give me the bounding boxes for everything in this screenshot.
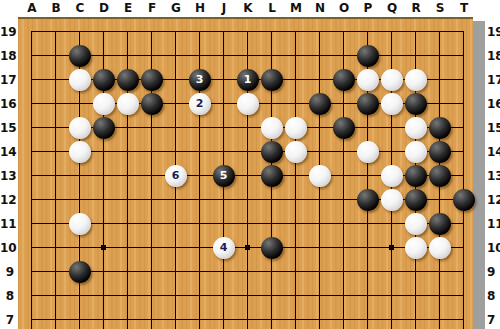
board-point-L16[interactable] [260,92,284,116]
board-point-O10[interactable] [332,236,356,260]
board-point-P12[interactable] [356,188,380,212]
board-point-P18[interactable] [356,44,380,68]
row-label-right-12: 12 [487,192,500,208]
board-point-P10[interactable] [356,236,380,260]
board-point-P9[interactable] [356,260,380,284]
board-point-D10[interactable] [92,236,116,260]
white-stone-C15 [69,117,91,139]
board-point-N10[interactable] [308,236,332,260]
board-point-B8[interactable] [44,284,68,308]
board-point-M7[interactable] [284,308,308,329]
board-point-E13[interactable] [116,164,140,188]
board-point-R16[interactable] [404,92,428,116]
board-point-D9[interactable] [92,260,116,284]
board-point-S7[interactable] [428,308,452,329]
board-point-R8[interactable] [404,284,428,308]
board-point-D7[interactable] [92,308,116,329]
board-point-K10[interactable] [236,236,260,260]
board-point-T13[interactable] [452,164,476,188]
board-point-D12[interactable] [92,188,116,212]
board-point-F7[interactable] [140,308,164,329]
board-point-E14[interactable] [116,140,140,164]
board-point-Q14[interactable] [380,140,404,164]
board-point-L11[interactable] [260,212,284,236]
board-point-G17[interactable] [164,68,188,92]
black-stone-T12 [453,189,475,211]
board-point-F15[interactable] [140,116,164,140]
board-point-T16[interactable] [452,92,476,116]
board-point-Q16[interactable] [380,92,404,116]
board-point-L17[interactable] [260,68,284,92]
board-point-C19[interactable] [68,20,92,44]
white-stone-C14 [69,141,91,163]
board-point-J12[interactable] [212,188,236,212]
board-point-K15[interactable] [236,116,260,140]
board-point-P19[interactable] [356,20,380,44]
board-point-N16[interactable] [308,92,332,116]
board-point-R11[interactable] [404,212,428,236]
board-point-L7[interactable] [260,308,284,329]
board-point-A19[interactable] [20,20,44,44]
board-point-K9[interactable] [236,260,260,284]
board-point-L19[interactable] [260,20,284,44]
board-point-K18[interactable] [236,44,260,68]
board-point-M10[interactable] [284,236,308,260]
board-point-D8[interactable] [92,284,116,308]
board-point-O14[interactable] [332,140,356,164]
board-point-E12[interactable] [116,188,140,212]
board-point-F19[interactable] [140,20,164,44]
board-point-F8[interactable] [140,284,164,308]
board-point-R12[interactable] [404,188,428,212]
board-point-M9[interactable] [284,260,308,284]
board-point-M12[interactable] [284,188,308,212]
board-point-H11[interactable] [188,212,212,236]
board-point-K16[interactable] [236,92,260,116]
board-point-O9[interactable] [332,260,356,284]
board-point-A12[interactable] [20,188,44,212]
board-point-R7[interactable] [404,308,428,329]
white-stone-C17 [69,69,91,91]
board-point-K17[interactable]: 1 [236,68,260,92]
column-label-D: D [92,1,116,15]
board-point-P11[interactable] [356,212,380,236]
board-point-S14[interactable] [428,140,452,164]
board-point-F10[interactable] [140,236,164,260]
board-point-O7[interactable] [332,308,356,329]
board-point-D18[interactable] [92,44,116,68]
board-point-N7[interactable] [308,308,332,329]
board-point-N17[interactable] [308,68,332,92]
board-point-F13[interactable] [140,164,164,188]
board-point-R14[interactable] [404,140,428,164]
board-point-Q8[interactable] [380,284,404,308]
board-point-C15[interactable] [68,116,92,140]
board-point-C11[interactable] [68,212,92,236]
board-point-S17[interactable] [428,68,452,92]
column-label-E: E [116,1,140,15]
board-point-E10[interactable] [116,236,140,260]
board-point-F9[interactable] [140,260,164,284]
row-label-left-15: 15 [0,120,14,136]
board-point-R10[interactable] [404,236,428,260]
board-point-P16[interactable] [356,92,380,116]
board-point-O13[interactable] [332,164,356,188]
board-point-J13[interactable]: 5 [212,164,236,188]
board-point-M11[interactable] [284,212,308,236]
white-stone-C11 [69,213,91,235]
board-point-H9[interactable] [188,260,212,284]
white-stone-L15 [261,117,283,139]
board-point-B16[interactable] [44,92,68,116]
board-point-T15[interactable] [452,116,476,140]
board-point-O8[interactable] [332,284,356,308]
board-point-M14[interactable] [284,140,308,164]
row-label-left-14: 14 [0,144,14,160]
board-point-N12[interactable] [308,188,332,212]
board-point-K8[interactable] [236,284,260,308]
board-point-S9[interactable] [428,260,452,284]
white-stone-Q12 [381,189,403,211]
black-stone-S11 [429,213,451,235]
board-point-G12[interactable] [164,188,188,212]
board-point-B9[interactable] [44,260,68,284]
board-point-Q11[interactable] [380,212,404,236]
board-point-O16[interactable] [332,92,356,116]
board-point-Q13[interactable] [380,164,404,188]
board-point-Q19[interactable] [380,20,404,44]
board-point-E19[interactable] [116,20,140,44]
board-point-C9[interactable] [68,260,92,284]
board-point-F17[interactable] [140,68,164,92]
board-point-H13[interactable] [188,164,212,188]
board-point-H18[interactable] [188,44,212,68]
board-point-E17[interactable] [116,68,140,92]
row-label-right-13: 13 [487,168,500,184]
board-point-D14[interactable] [92,140,116,164]
board-point-N19[interactable] [308,20,332,44]
board-point-N13[interactable] [308,164,332,188]
board-point-M16[interactable] [284,92,308,116]
board-point-M15[interactable] [284,116,308,140]
white-stone-R14 [405,141,427,163]
board-point-J19[interactable] [212,20,236,44]
board-point-T10[interactable] [452,236,476,260]
board-point-Q7[interactable] [380,308,404,329]
row-label-left-13: 13 [0,168,14,184]
board-point-C17[interactable] [68,68,92,92]
board-point-J17[interactable] [212,68,236,92]
black-stone-F16 [141,93,163,115]
row-label-right-8: 8 [487,288,500,304]
board-point-E8[interactable] [116,284,140,308]
board-point-B15[interactable] [44,116,68,140]
board-point-M19[interactable] [284,20,308,44]
black-stone-E17 [117,69,139,91]
board-point-J15[interactable] [212,116,236,140]
board-point-Q17[interactable] [380,68,404,92]
board-point-O17[interactable] [332,68,356,92]
board-point-F16[interactable] [140,92,164,116]
board-point-J10[interactable]: 4 [212,236,236,260]
board-point-P17[interactable] [356,68,380,92]
board-point-J18[interactable] [212,44,236,68]
board-point-B14[interactable] [44,140,68,164]
board-point-A18[interactable] [20,44,44,68]
board-point-R19[interactable] [404,20,428,44]
board-point-S13[interactable] [428,164,452,188]
column-label-P: P [356,1,380,15]
board-point-F18[interactable] [140,44,164,68]
board-point-K11[interactable] [236,212,260,236]
row-label-right-7: 7 [487,312,500,328]
column-label-S: S [428,1,452,15]
board-point-L12[interactable] [260,188,284,212]
row-label-left-16: 16 [0,96,14,112]
board-point-F14[interactable] [140,140,164,164]
board-point-E7[interactable] [116,308,140,329]
black-stone-O15 [333,117,355,139]
go-board-grid: 312654 [20,20,476,329]
row-label-right-15: 15 [487,120,500,136]
row-label-left-17: 17 [0,72,14,88]
move-number-2: 2 [196,98,204,109]
black-stone-D15 [93,117,115,139]
move-number-5: 5 [220,170,228,181]
board-point-B11[interactable] [44,212,68,236]
board-point-K7[interactable] [236,308,260,329]
board-point-H15[interactable] [188,116,212,140]
board-point-E16[interactable] [116,92,140,116]
board-point-R9[interactable] [404,260,428,284]
board-point-C8[interactable] [68,284,92,308]
board-point-Q10[interactable] [380,236,404,260]
board-point-P13[interactable] [356,164,380,188]
board-point-O19[interactable] [332,20,356,44]
column-label-M: M [284,1,308,15]
board-point-L10[interactable] [260,236,284,260]
board-point-J8[interactable] [212,284,236,308]
board-point-C18[interactable] [68,44,92,68]
board-point-S10[interactable] [428,236,452,260]
board-point-G14[interactable] [164,140,188,164]
board-point-A14[interactable] [20,140,44,164]
board-point-N15[interactable] [308,116,332,140]
board-point-D19[interactable] [92,20,116,44]
board-point-S19[interactable] [428,20,452,44]
board-point-E15[interactable] [116,116,140,140]
board-point-G11[interactable] [164,212,188,236]
board-point-A7[interactable] [20,308,44,329]
board-point-S15[interactable] [428,116,452,140]
board-point-B19[interactable] [44,20,68,44]
board-point-C10[interactable] [68,236,92,260]
board-point-Q9[interactable] [380,260,404,284]
white-stone-P14 [357,141,379,163]
board-point-H14[interactable] [188,140,212,164]
black-stone-J13: 5 [213,165,235,187]
board-point-A13[interactable] [20,164,44,188]
board-point-L13[interactable] [260,164,284,188]
board-point-E9[interactable] [116,260,140,284]
black-stone-L10 [261,237,283,259]
board-point-D17[interactable] [92,68,116,92]
board-point-Q18[interactable] [380,44,404,68]
board-point-R17[interactable] [404,68,428,92]
board-point-J14[interactable] [212,140,236,164]
board-point-N9[interactable] [308,260,332,284]
board-point-B18[interactable] [44,44,68,68]
column-label-F: F [140,1,164,15]
board-point-K14[interactable] [236,140,260,164]
board-point-J7[interactable] [212,308,236,329]
board-point-O18[interactable] [332,44,356,68]
board-point-A16[interactable] [20,92,44,116]
board-point-G10[interactable] [164,236,188,260]
board-point-H7[interactable] [188,308,212,329]
board-point-T8[interactable] [452,284,476,308]
board-point-G19[interactable] [164,20,188,44]
board-point-C13[interactable] [68,164,92,188]
board-point-S11[interactable] [428,212,452,236]
board-point-E18[interactable] [116,44,140,68]
board-point-A17[interactable] [20,68,44,92]
board-point-B13[interactable] [44,164,68,188]
board-point-A10[interactable] [20,236,44,260]
board-point-A15[interactable] [20,116,44,140]
row-label-right-14: 14 [487,144,500,160]
board-point-A9[interactable] [20,260,44,284]
board-point-T19[interactable] [452,20,476,44]
black-stone-S14 [429,141,451,163]
board-point-F11[interactable] [140,212,164,236]
board-point-L18[interactable] [260,44,284,68]
board-point-K19[interactable] [236,20,260,44]
white-stone-M14 [285,141,307,163]
board-point-H19[interactable] [188,20,212,44]
move-number-6: 6 [172,170,180,181]
board-point-O11[interactable] [332,212,356,236]
white-stone-G13: 6 [165,165,187,187]
board-point-N11[interactable] [308,212,332,236]
board-point-M17[interactable] [284,68,308,92]
board-point-O12[interactable] [332,188,356,212]
board-point-D11[interactable] [92,212,116,236]
board-point-S12[interactable] [428,188,452,212]
board-point-G16[interactable] [164,92,188,116]
column-label-G: G [164,1,188,15]
board-point-R18[interactable] [404,44,428,68]
column-label-C: C [68,1,92,15]
black-stone-L17 [261,69,283,91]
board-point-J9[interactable] [212,260,236,284]
board-point-S8[interactable] [428,284,452,308]
board-point-Q15[interactable] [380,116,404,140]
board-point-H8[interactable] [188,284,212,308]
go-app-window: ABCDEFGHJKLMNOPQRST 19191818171716161515… [0,0,500,329]
board-point-D16[interactable] [92,92,116,116]
board-point-G13[interactable]: 6 [164,164,188,188]
board-point-E11[interactable] [116,212,140,236]
board-point-A8[interactable] [20,284,44,308]
board-point-T9[interactable] [452,260,476,284]
board-point-M18[interactable] [284,44,308,68]
board-point-D13[interactable] [92,164,116,188]
board-point-G9[interactable] [164,260,188,284]
board-point-R15[interactable] [404,116,428,140]
board-point-D15[interactable] [92,116,116,140]
board-point-C7[interactable] [68,308,92,329]
board-point-F12[interactable] [140,188,164,212]
black-stone-O17 [333,69,355,91]
row-label-left-8: 8 [0,288,14,304]
black-stone-F17 [141,69,163,91]
board-point-J16[interactable] [212,92,236,116]
board-point-Q12[interactable] [380,188,404,212]
board-point-K12[interactable] [236,188,260,212]
board-point-A11[interactable] [20,212,44,236]
board-point-L8[interactable] [260,284,284,308]
board-point-T14[interactable] [452,140,476,164]
board-point-C14[interactable] [68,140,92,164]
move-number-3: 3 [196,74,204,85]
board-point-R13[interactable] [404,164,428,188]
board-point-T18[interactable] [452,44,476,68]
board-point-N14[interactable] [308,140,332,164]
board-point-S18[interactable] [428,44,452,68]
board-point-T11[interactable] [452,212,476,236]
board-point-O15[interactable] [332,116,356,140]
board-point-P7[interactable] [356,308,380,329]
board-point-G8[interactable] [164,284,188,308]
board-point-P8[interactable] [356,284,380,308]
board-point-G18[interactable] [164,44,188,68]
board-point-C12[interactable] [68,188,92,212]
board-point-H17[interactable]: 3 [188,68,212,92]
board-point-T17[interactable] [452,68,476,92]
board-point-H10[interactable] [188,236,212,260]
board-point-T7[interactable] [452,308,476,329]
board-point-B12[interactable] [44,188,68,212]
board-point-L15[interactable] [260,116,284,140]
board-point-H12[interactable] [188,188,212,212]
board-point-B7[interactable] [44,308,68,329]
board-point-J11[interactable] [212,212,236,236]
white-stone-K16 [237,93,259,115]
row-label-left-11: 11 [0,216,14,232]
board-point-S16[interactable] [428,92,452,116]
board-point-T12[interactable] [452,188,476,212]
board-point-G15[interactable] [164,116,188,140]
board-point-G7[interactable] [164,308,188,329]
board-point-L14[interactable] [260,140,284,164]
board-point-H16[interactable]: 2 [188,92,212,116]
black-stone-R16 [405,93,427,115]
board-point-M8[interactable] [284,284,308,308]
white-stone-J10: 4 [213,237,235,259]
board-point-L9[interactable] [260,260,284,284]
board-point-N8[interactable] [308,284,332,308]
board-point-C16[interactable] [68,92,92,116]
board-point-M13[interactable] [284,164,308,188]
board-point-N18[interactable] [308,44,332,68]
board-point-P14[interactable] [356,140,380,164]
board-point-B17[interactable] [44,68,68,92]
white-stone-N13 [309,165,331,187]
board-point-B10[interactable] [44,236,68,260]
board-point-K13[interactable] [236,164,260,188]
board-point-P15[interactable] [356,116,380,140]
